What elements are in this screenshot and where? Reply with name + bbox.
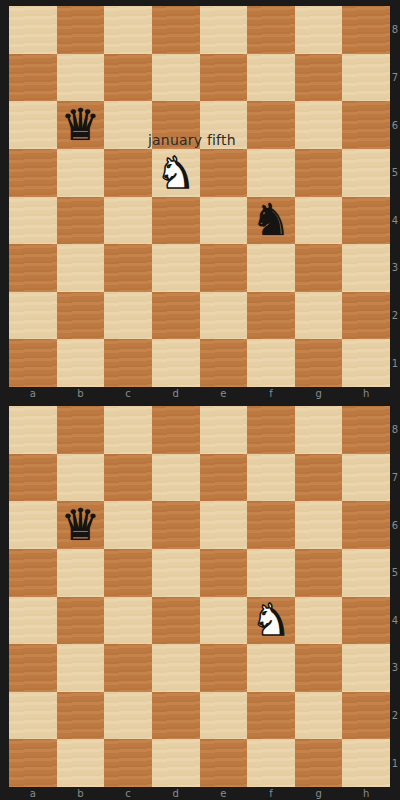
square-d1[interactable] bbox=[152, 339, 200, 387]
chessboard-bottom: ♛♞ 87654321 abcdefgh bbox=[0, 400, 400, 800]
square-g3[interactable] bbox=[295, 644, 343, 692]
square-b1[interactable] bbox=[57, 339, 105, 387]
square-g1[interactable] bbox=[295, 339, 343, 387]
rank-label-4: 4 bbox=[390, 197, 400, 245]
rank-label-3: 3 bbox=[390, 644, 400, 692]
square-c6[interactable] bbox=[104, 101, 152, 149]
black-queen[interactable]: ♛ bbox=[57, 501, 105, 549]
board-grid-bottom: ♛♞ bbox=[9, 406, 390, 787]
square-b8[interactable] bbox=[57, 406, 105, 454]
square-e3[interactable] bbox=[200, 244, 248, 292]
square-d3[interactable] bbox=[152, 244, 200, 292]
square-e1[interactable] bbox=[200, 739, 248, 787]
white-knight[interactable]: ♞ bbox=[152, 149, 200, 197]
square-c6[interactable] bbox=[104, 501, 152, 549]
square-d1[interactable] bbox=[152, 739, 200, 787]
square-h7[interactable] bbox=[342, 54, 390, 102]
square-c7[interactable] bbox=[104, 454, 152, 502]
square-f3[interactable] bbox=[247, 244, 295, 292]
square-h5[interactable] bbox=[342, 549, 390, 597]
square-h8[interactable] bbox=[342, 6, 390, 54]
square-a2[interactable] bbox=[9, 292, 57, 340]
square-h1[interactable] bbox=[342, 739, 390, 787]
square-b5[interactable] bbox=[57, 149, 105, 197]
rank-label-5: 5 bbox=[390, 149, 400, 197]
square-c4[interactable] bbox=[104, 197, 152, 245]
square-c3[interactable] bbox=[104, 644, 152, 692]
square-g4[interactable] bbox=[295, 197, 343, 245]
file-label-f: f bbox=[247, 787, 295, 800]
square-g6[interactable] bbox=[295, 101, 343, 149]
square-f7[interactable] bbox=[247, 54, 295, 102]
square-b2[interactable] bbox=[57, 292, 105, 340]
square-e7[interactable] bbox=[200, 54, 248, 102]
file-label-b: b bbox=[57, 387, 105, 400]
square-b3[interactable] bbox=[57, 644, 105, 692]
square-b4[interactable] bbox=[57, 197, 105, 245]
square-h6[interactable] bbox=[342, 101, 390, 149]
square-d3[interactable] bbox=[152, 644, 200, 692]
square-h4[interactable] bbox=[342, 197, 390, 245]
file-label-f: f bbox=[247, 387, 295, 400]
square-a1[interactable] bbox=[9, 739, 57, 787]
square-g8[interactable] bbox=[295, 406, 343, 454]
square-h2[interactable] bbox=[342, 692, 390, 740]
square-e4[interactable] bbox=[200, 197, 248, 245]
square-d5[interactable]: ♞ bbox=[152, 149, 200, 197]
file-label-e: e bbox=[200, 387, 248, 400]
square-b5[interactable] bbox=[57, 549, 105, 597]
square-h2[interactable] bbox=[342, 292, 390, 340]
square-d6[interactable] bbox=[152, 501, 200, 549]
square-h1[interactable] bbox=[342, 339, 390, 387]
square-d7[interactable] bbox=[152, 454, 200, 502]
square-c8[interactable] bbox=[104, 406, 152, 454]
square-e6[interactable] bbox=[200, 501, 248, 549]
square-g8[interactable] bbox=[295, 6, 343, 54]
square-c3[interactable] bbox=[104, 244, 152, 292]
board-annotation: january fifth bbox=[148, 132, 236, 148]
square-e3[interactable] bbox=[200, 644, 248, 692]
square-d8[interactable] bbox=[152, 406, 200, 454]
file-label-d: d bbox=[152, 387, 200, 400]
file-label-c: c bbox=[104, 787, 152, 800]
board-grid-top: ♛♞♞ bbox=[9, 6, 390, 387]
square-b6[interactable]: ♛ bbox=[57, 101, 105, 149]
square-a6[interactable] bbox=[9, 101, 57, 149]
square-h8[interactable] bbox=[342, 406, 390, 454]
rank-label-1: 1 bbox=[390, 739, 400, 787]
square-g3[interactable] bbox=[295, 244, 343, 292]
square-d4[interactable] bbox=[152, 597, 200, 645]
square-a3[interactable] bbox=[9, 244, 57, 292]
rank-label-2: 2 bbox=[390, 692, 400, 740]
square-g1[interactable] bbox=[295, 739, 343, 787]
square-b7[interactable] bbox=[57, 454, 105, 502]
square-c4[interactable] bbox=[104, 597, 152, 645]
file-labels-bottom: abcdefgh bbox=[9, 787, 390, 800]
square-f5[interactable] bbox=[247, 149, 295, 197]
square-a8[interactable] bbox=[9, 406, 57, 454]
rank-labels-bottom: 87654321 bbox=[390, 406, 400, 787]
square-f4[interactable]: ♞ bbox=[247, 597, 295, 645]
white-knight[interactable]: ♞ bbox=[247, 597, 295, 645]
square-d5[interactable] bbox=[152, 549, 200, 597]
square-a1[interactable] bbox=[9, 339, 57, 387]
file-label-g: g bbox=[295, 787, 343, 800]
file-label-a: a bbox=[9, 787, 57, 800]
square-e5[interactable] bbox=[200, 549, 248, 597]
square-f6[interactable] bbox=[247, 101, 295, 149]
black-knight[interactable]: ♞ bbox=[247, 197, 295, 245]
square-f2[interactable] bbox=[247, 292, 295, 340]
square-g5[interactable] bbox=[295, 549, 343, 597]
square-b4[interactable] bbox=[57, 597, 105, 645]
square-f1[interactable] bbox=[247, 739, 295, 787]
square-c5[interactable] bbox=[104, 549, 152, 597]
square-c2[interactable] bbox=[104, 692, 152, 740]
square-h4[interactable] bbox=[342, 597, 390, 645]
square-a2[interactable] bbox=[9, 692, 57, 740]
square-g2[interactable] bbox=[295, 692, 343, 740]
chessboard-top: ♛♞♞ 87654321 abcdefgh january fifth bbox=[0, 0, 400, 400]
square-f5[interactable] bbox=[247, 549, 295, 597]
rank-label-3: 3 bbox=[390, 244, 400, 292]
rank-label-5: 5 bbox=[390, 549, 400, 597]
square-h7[interactable] bbox=[342, 454, 390, 502]
square-g6[interactable] bbox=[295, 501, 343, 549]
square-c5[interactable] bbox=[104, 149, 152, 197]
square-f8[interactable] bbox=[247, 406, 295, 454]
file-label-a: a bbox=[9, 387, 57, 400]
square-e7[interactable] bbox=[200, 454, 248, 502]
square-a3[interactable] bbox=[9, 644, 57, 692]
square-c1[interactable] bbox=[104, 339, 152, 387]
square-b1[interactable] bbox=[57, 739, 105, 787]
square-b3[interactable] bbox=[57, 244, 105, 292]
square-b7[interactable] bbox=[57, 54, 105, 102]
square-f3[interactable] bbox=[247, 644, 295, 692]
square-e2[interactable] bbox=[200, 292, 248, 340]
rank-label-4: 4 bbox=[390, 597, 400, 645]
square-d7[interactable] bbox=[152, 54, 200, 102]
rank-label-6: 6 bbox=[390, 101, 400, 149]
square-f1[interactable] bbox=[247, 339, 295, 387]
square-a4[interactable] bbox=[9, 197, 57, 245]
file-label-d: d bbox=[152, 787, 200, 800]
square-f8[interactable] bbox=[247, 6, 295, 54]
file-label-e: e bbox=[200, 787, 248, 800]
file-label-b: b bbox=[57, 787, 105, 800]
square-h5[interactable] bbox=[342, 149, 390, 197]
rank-label-8: 8 bbox=[390, 406, 400, 454]
file-label-c: c bbox=[104, 387, 152, 400]
square-h3[interactable] bbox=[342, 244, 390, 292]
file-label-g: g bbox=[295, 387, 343, 400]
square-h6[interactable] bbox=[342, 501, 390, 549]
square-c1[interactable] bbox=[104, 739, 152, 787]
square-d2[interactable] bbox=[152, 692, 200, 740]
square-a8[interactable] bbox=[9, 6, 57, 54]
square-b2[interactable] bbox=[57, 692, 105, 740]
rank-label-7: 7 bbox=[390, 454, 400, 502]
square-h3[interactable] bbox=[342, 644, 390, 692]
square-a4[interactable] bbox=[9, 597, 57, 645]
square-b6[interactable]: ♛ bbox=[57, 501, 105, 549]
rank-label-7: 7 bbox=[390, 54, 400, 102]
black-queen[interactable]: ♛ bbox=[57, 101, 105, 149]
square-g2[interactable] bbox=[295, 292, 343, 340]
square-e2[interactable] bbox=[200, 692, 248, 740]
square-e8[interactable] bbox=[200, 6, 248, 54]
square-c8[interactable] bbox=[104, 6, 152, 54]
square-e8[interactable] bbox=[200, 406, 248, 454]
square-a6[interactable] bbox=[9, 501, 57, 549]
square-a5[interactable] bbox=[9, 549, 57, 597]
file-label-h: h bbox=[342, 787, 390, 800]
file-label-h: h bbox=[342, 387, 390, 400]
square-d4[interactable] bbox=[152, 197, 200, 245]
square-g5[interactable] bbox=[295, 149, 343, 197]
square-c7[interactable] bbox=[104, 54, 152, 102]
square-f6[interactable] bbox=[247, 501, 295, 549]
square-a7[interactable] bbox=[9, 54, 57, 102]
square-d8[interactable] bbox=[152, 6, 200, 54]
file-labels-top: abcdefgh bbox=[9, 387, 390, 400]
square-f7[interactable] bbox=[247, 454, 295, 502]
square-g7[interactable] bbox=[295, 54, 343, 102]
rank-label-1: 1 bbox=[390, 339, 400, 387]
rank-labels-top: 87654321 bbox=[390, 6, 400, 387]
rank-label-6: 6 bbox=[390, 501, 400, 549]
square-c2[interactable] bbox=[104, 292, 152, 340]
rank-label-8: 8 bbox=[390, 6, 400, 54]
square-e5[interactable] bbox=[200, 149, 248, 197]
square-a7[interactable] bbox=[9, 454, 57, 502]
square-g4[interactable] bbox=[295, 597, 343, 645]
square-g7[interactable] bbox=[295, 454, 343, 502]
square-e4[interactable] bbox=[200, 597, 248, 645]
square-f4[interactable]: ♞ bbox=[247, 197, 295, 245]
square-a5[interactable] bbox=[9, 149, 57, 197]
rank-label-2: 2 bbox=[390, 292, 400, 340]
square-f2[interactable] bbox=[247, 692, 295, 740]
square-b8[interactable] bbox=[57, 6, 105, 54]
square-e1[interactable] bbox=[200, 339, 248, 387]
square-d2[interactable] bbox=[152, 292, 200, 340]
